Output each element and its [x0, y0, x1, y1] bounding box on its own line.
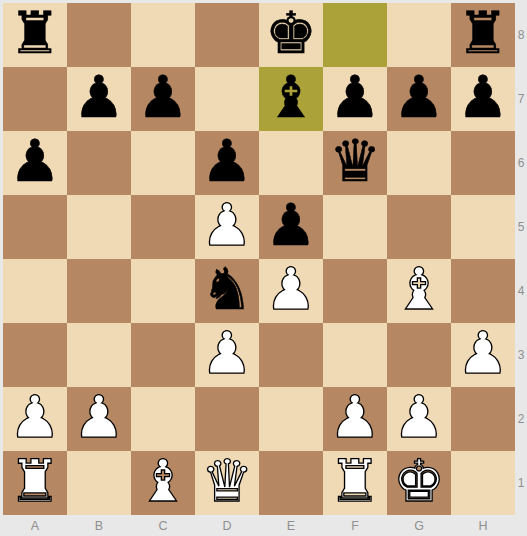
- piece-white-rook[interactable]: ♜: [9, 449, 61, 513]
- square-a4[interactable]: [3, 259, 67, 323]
- file-label-g: G: [387, 515, 451, 536]
- square-f2[interactable]: ♟: [323, 387, 387, 451]
- square-d1[interactable]: ♛: [195, 451, 259, 515]
- square-c3[interactable]: [131, 323, 195, 387]
- piece-white-king[interactable]: ♚: [393, 449, 445, 513]
- rank-label-5: 5: [515, 195, 527, 259]
- square-g7[interactable]: ♟: [387, 67, 451, 131]
- piece-white-pawn[interactable]: ♟: [457, 321, 509, 385]
- piece-white-pawn[interactable]: ♟: [73, 385, 125, 449]
- rank-labels: 87654321: [515, 3, 527, 515]
- square-b3[interactable]: [67, 323, 131, 387]
- square-a7[interactable]: [3, 67, 67, 131]
- square-c1[interactable]: ♝: [131, 451, 195, 515]
- piece-white-bishop[interactable]: ♝: [137, 449, 189, 513]
- square-d5[interactable]: ♟: [195, 195, 259, 259]
- piece-white-queen[interactable]: ♛: [201, 449, 253, 513]
- file-label-e: E: [259, 515, 323, 536]
- square-d7[interactable]: [195, 67, 259, 131]
- square-h7[interactable]: ♟: [451, 67, 515, 131]
- piece-white-pawn[interactable]: ♟: [265, 257, 317, 321]
- rank-label-2: 2: [515, 387, 527, 451]
- square-g3[interactable]: [387, 323, 451, 387]
- rank-label-7: 7: [515, 67, 527, 131]
- square-c2[interactable]: [131, 387, 195, 451]
- square-f4[interactable]: [323, 259, 387, 323]
- square-a5[interactable]: [3, 195, 67, 259]
- square-b1[interactable]: [67, 451, 131, 515]
- square-h2[interactable]: [451, 387, 515, 451]
- chess-board: ♜♚♜♟♟♝♟♟♟♟♟♛♟♟♞♟♝♟♟♟♟♟♟♜♝♛♜♚: [3, 3, 515, 515]
- square-d2[interactable]: [195, 387, 259, 451]
- square-a3[interactable]: [3, 323, 67, 387]
- square-a1[interactable]: ♜: [3, 451, 67, 515]
- piece-black-pawn[interactable]: ♟: [329, 65, 381, 129]
- file-label-h: H: [451, 515, 515, 536]
- square-b8[interactable]: [67, 3, 131, 67]
- square-c8[interactable]: [131, 3, 195, 67]
- square-e8[interactable]: ♚: [259, 3, 323, 67]
- square-e3[interactable]: [259, 323, 323, 387]
- file-label-c: C: [131, 515, 195, 536]
- square-g4[interactable]: ♝: [387, 259, 451, 323]
- piece-black-bishop[interactable]: ♝: [265, 65, 317, 129]
- square-e7[interactable]: ♝: [259, 67, 323, 131]
- file-labels: ABCDEFGH: [3, 515, 515, 536]
- rank-label-4: 4: [515, 259, 527, 323]
- square-a8[interactable]: ♜: [3, 3, 67, 67]
- square-h5[interactable]: [451, 195, 515, 259]
- square-h6[interactable]: [451, 131, 515, 195]
- piece-white-rook[interactable]: ♜: [329, 449, 381, 513]
- square-d3[interactable]: ♟: [195, 323, 259, 387]
- piece-black-pawn[interactable]: ♟: [393, 65, 445, 129]
- square-c4[interactable]: [131, 259, 195, 323]
- piece-black-rook[interactable]: ♜: [457, 1, 509, 65]
- piece-white-pawn[interactable]: ♟: [329, 385, 381, 449]
- square-d6[interactable]: ♟: [195, 131, 259, 195]
- square-c7[interactable]: ♟: [131, 67, 195, 131]
- square-h8[interactable]: ♜: [451, 3, 515, 67]
- square-b2[interactable]: ♟: [67, 387, 131, 451]
- square-g6[interactable]: [387, 131, 451, 195]
- square-c5[interactable]: [131, 195, 195, 259]
- piece-white-pawn[interactable]: ♟: [201, 193, 253, 257]
- square-b5[interactable]: [67, 195, 131, 259]
- piece-black-pawn[interactable]: ♟: [265, 193, 317, 257]
- square-e6[interactable]: [259, 131, 323, 195]
- square-g8[interactable]: [387, 3, 451, 67]
- piece-white-pawn[interactable]: ♟: [393, 385, 445, 449]
- square-e4[interactable]: ♟: [259, 259, 323, 323]
- file-label-f: F: [323, 515, 387, 536]
- square-f6[interactable]: ♛: [323, 131, 387, 195]
- piece-black-knight[interactable]: ♞: [201, 257, 253, 321]
- file-label-a: A: [3, 515, 67, 536]
- piece-black-pawn[interactable]: ♟: [9, 129, 61, 193]
- square-e1[interactable]: [259, 451, 323, 515]
- square-g2[interactable]: ♟: [387, 387, 451, 451]
- square-f5[interactable]: [323, 195, 387, 259]
- rank-label-6: 6: [515, 131, 527, 195]
- square-a6[interactable]: ♟: [3, 131, 67, 195]
- piece-white-bishop[interactable]: ♝: [393, 257, 445, 321]
- square-b7[interactable]: ♟: [67, 67, 131, 131]
- square-c6[interactable]: [131, 131, 195, 195]
- square-e2[interactable]: [259, 387, 323, 451]
- rank-label-3: 3: [515, 323, 527, 387]
- file-label-d: D: [195, 515, 259, 536]
- piece-white-pawn[interactable]: ♟: [9, 385, 61, 449]
- file-label-b: B: [67, 515, 131, 536]
- square-f1[interactable]: ♜: [323, 451, 387, 515]
- square-f3[interactable]: [323, 323, 387, 387]
- square-d4[interactable]: ♞: [195, 259, 259, 323]
- square-h4[interactable]: [451, 259, 515, 323]
- rank-label-1: 1: [515, 451, 527, 515]
- piece-black-pawn[interactable]: ♟: [457, 65, 509, 129]
- piece-black-rook[interactable]: ♜: [9, 1, 61, 65]
- square-g5[interactable]: [387, 195, 451, 259]
- piece-black-pawn[interactable]: ♟: [137, 65, 189, 129]
- square-b6[interactable]: [67, 131, 131, 195]
- square-d8[interactable]: [195, 3, 259, 67]
- piece-black-pawn[interactable]: ♟: [73, 65, 125, 129]
- square-h1[interactable]: [451, 451, 515, 515]
- square-a2[interactable]: ♟: [3, 387, 67, 451]
- rank-label-8: 8: [515, 3, 527, 67]
- square-f7[interactable]: ♟: [323, 67, 387, 131]
- piece-black-queen[interactable]: ♛: [329, 129, 381, 193]
- square-h3[interactable]: ♟: [451, 323, 515, 387]
- square-e5[interactable]: ♟: [259, 195, 323, 259]
- piece-white-pawn[interactable]: ♟: [201, 321, 253, 385]
- piece-black-pawn[interactable]: ♟: [201, 129, 253, 193]
- chess-app: { "game": "chess", "position": { "fen": …: [0, 0, 527, 536]
- square-b4[interactable]: [67, 259, 131, 323]
- piece-black-king[interactable]: ♚: [265, 1, 317, 65]
- square-f8[interactable]: [323, 3, 387, 67]
- square-g1[interactable]: ♚: [387, 451, 451, 515]
